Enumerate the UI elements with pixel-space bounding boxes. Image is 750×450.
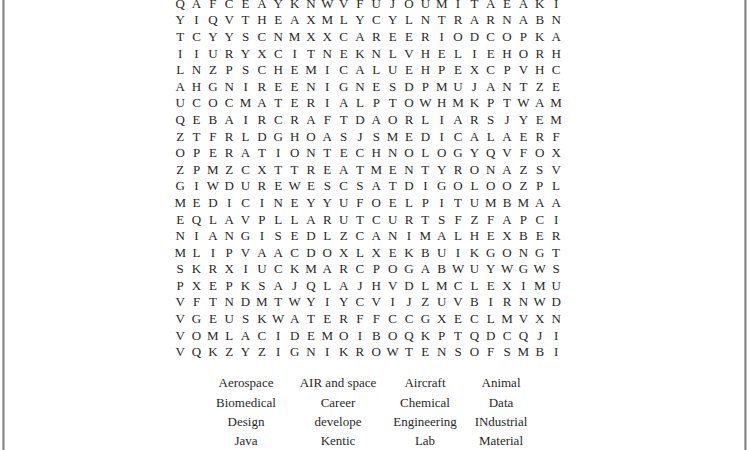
grid-cell: L xyxy=(417,111,433,128)
grid-cell: L xyxy=(548,178,564,195)
grid-cell: B xyxy=(532,12,548,29)
grid-cell: I xyxy=(548,211,564,228)
grid-cell: M xyxy=(384,128,400,145)
grid-cell: A xyxy=(368,111,384,128)
grid-cell: A xyxy=(237,144,253,161)
grid-cell: E xyxy=(188,111,204,128)
grid-cell: Z xyxy=(221,161,237,178)
grid-cell: R xyxy=(254,178,270,195)
grid-cell: Y xyxy=(172,12,188,29)
grid-cell: T xyxy=(384,95,400,112)
grid-cell: H xyxy=(548,45,564,62)
grid-cell: R xyxy=(335,261,351,278)
grid-cell: V xyxy=(172,310,188,327)
grid-cell: L xyxy=(483,310,499,327)
grid-cell: D xyxy=(466,28,482,45)
grid-cell: M xyxy=(548,111,564,128)
grid-cell: O xyxy=(499,244,515,261)
grid-cell: E xyxy=(270,12,286,29)
grid-cell: Z xyxy=(205,61,221,78)
grid-cell: K xyxy=(417,327,433,344)
grid-cell: E xyxy=(401,61,417,78)
grid-cell: Y xyxy=(303,194,319,211)
grid-cell: C xyxy=(254,28,270,45)
grid-cell: T xyxy=(270,161,286,178)
grid-cell: P xyxy=(221,277,237,294)
grid-cell: H xyxy=(270,61,286,78)
grid-cell: X xyxy=(254,161,270,178)
grid-cell: A xyxy=(270,244,286,261)
grid-cell: D xyxy=(221,178,237,195)
grid-cell: M xyxy=(172,244,188,261)
grid-cell: C xyxy=(401,310,417,327)
grid-cell: Y xyxy=(434,161,450,178)
grid-cell: D xyxy=(205,194,221,211)
grid-cell: N xyxy=(548,310,564,327)
grid-cell: B xyxy=(515,227,531,244)
grid-cell: L xyxy=(450,45,466,62)
grid-cell: H xyxy=(254,12,270,29)
grid-cell: E xyxy=(319,310,335,327)
grid-cell: Y xyxy=(352,12,368,29)
grid-cell: K xyxy=(466,95,482,112)
grid-cell: I xyxy=(270,327,286,344)
grid-cell: T xyxy=(270,294,286,311)
grid-cell: X xyxy=(221,261,237,278)
grid-cell: N xyxy=(483,161,499,178)
grid-cell: C xyxy=(352,261,368,278)
grid-cell: A xyxy=(368,178,384,195)
grid-cell: A xyxy=(221,111,237,128)
grid-cell: U xyxy=(335,194,351,211)
grid-cell: U xyxy=(237,178,253,195)
word-search-grid: QAFCEAYKNWVFUJOUMITAEAKIYIQVTHEAXMLYCYLN… xyxy=(172,0,564,360)
grid-cell: X xyxy=(434,310,450,327)
grid-cell: I xyxy=(450,0,466,12)
grid-cell: U xyxy=(172,95,188,112)
grid-cell: M xyxy=(532,277,548,294)
grid-cell: M xyxy=(303,61,319,78)
grid-cell: F xyxy=(319,111,335,128)
grid-cell: W xyxy=(532,261,548,278)
grid-cell: Y xyxy=(466,144,482,161)
grid-cell: L xyxy=(401,194,417,211)
grid-cell: I xyxy=(450,244,466,261)
grid-cell: C xyxy=(384,310,400,327)
grid-cell: U xyxy=(254,261,270,278)
grid-cell: G xyxy=(401,261,417,278)
grid-cell: I xyxy=(434,194,450,211)
grid-cell: S xyxy=(237,28,253,45)
grid-cell: N xyxy=(303,144,319,161)
grid-cell: G xyxy=(515,261,531,278)
grid-cell: Q xyxy=(188,343,204,360)
grid-cell: A xyxy=(335,277,351,294)
grid-cell: Q xyxy=(515,327,531,344)
grid-cell: O xyxy=(384,261,400,278)
grid-cell: C xyxy=(237,194,253,211)
grid-cell: V xyxy=(515,61,531,78)
grid-cell: P xyxy=(434,61,450,78)
grid-cell: A xyxy=(483,0,499,12)
grid-cell: Z xyxy=(417,294,433,311)
grid-cell: N xyxy=(303,343,319,360)
grid-cell: E xyxy=(532,227,548,244)
grid-cell: T xyxy=(499,95,515,112)
grid-cell: C xyxy=(270,261,286,278)
grid-cell: A xyxy=(466,12,482,29)
grid-cell: T xyxy=(352,211,368,228)
grid-cell: E xyxy=(499,0,515,12)
grid-cell: H xyxy=(532,61,548,78)
grid-cell: A xyxy=(548,194,564,211)
grid-cell: A xyxy=(254,95,270,112)
grid-cell: O xyxy=(384,111,400,128)
grid-cell: V xyxy=(172,343,188,360)
grid-cell: V xyxy=(172,294,188,311)
word-list-item: Design xyxy=(203,412,289,431)
grid-cell: F xyxy=(450,211,466,228)
grid-cell: R xyxy=(303,161,319,178)
grid-cell: I xyxy=(188,45,204,62)
grid-cell: N xyxy=(499,12,515,29)
grid-cell: A xyxy=(532,95,548,112)
grid-cell: Q xyxy=(483,144,499,161)
grid-cell: K xyxy=(466,244,482,261)
grid-cell: O xyxy=(319,244,335,261)
grid-cell: E xyxy=(188,194,204,211)
grid-cell: M xyxy=(319,12,335,29)
grid-cell: A xyxy=(417,261,433,278)
grid-cell: H xyxy=(434,95,450,112)
grid-cell: L xyxy=(401,12,417,29)
grid-cell: N xyxy=(221,294,237,311)
grid-cell: M xyxy=(434,277,450,294)
grid-cell: X xyxy=(335,244,351,261)
grid-cell: A xyxy=(286,310,302,327)
grid-cell: X xyxy=(466,61,482,78)
grid-cell: G xyxy=(205,78,221,95)
grid-cell: M xyxy=(548,95,564,112)
grid-cell: U xyxy=(548,277,564,294)
grid-cell: U xyxy=(417,0,433,12)
worksheet-page: QAFCEAYKNWVFUJOUMITAEAKIYIQVTHEAXMLYCYLN… xyxy=(0,0,750,450)
grid-cell: N xyxy=(319,45,335,62)
grid-cell: P xyxy=(532,178,548,195)
grid-cell: A xyxy=(515,12,531,29)
grid-cell: I xyxy=(237,261,253,278)
grid-cell: P xyxy=(221,61,237,78)
grid-cell: H xyxy=(368,277,384,294)
grid-cell: V xyxy=(335,0,351,12)
grid-cell: M xyxy=(515,194,531,211)
grid-cell: D xyxy=(483,327,499,344)
grid-cell: I xyxy=(221,194,237,211)
grid-cell: I xyxy=(188,12,204,29)
grid-cell: T xyxy=(205,294,221,311)
grid-cell: E xyxy=(384,244,400,261)
grid-cell: I xyxy=(188,178,204,195)
grid-cell: X xyxy=(188,277,204,294)
grid-cell: R xyxy=(450,161,466,178)
grid-cell: K xyxy=(205,343,221,360)
grid-cell: S xyxy=(434,211,450,228)
grid-cell: E xyxy=(384,161,400,178)
word-list-item: Biomedical xyxy=(203,392,289,411)
grid-cell: G xyxy=(450,144,466,161)
grid-cell: C xyxy=(450,277,466,294)
grid-cell: P xyxy=(188,144,204,161)
grid-cell: X xyxy=(254,45,270,62)
grid-cell: S xyxy=(450,343,466,360)
grid-cell: I xyxy=(319,61,335,78)
grid-cell: L xyxy=(384,45,400,62)
grid-cell: A xyxy=(368,227,384,244)
word-list-item: develope xyxy=(289,412,387,431)
grid-cell: E xyxy=(483,45,499,62)
grid-cell: I xyxy=(548,0,564,12)
grid-cell: V xyxy=(172,327,188,344)
grid-cell: V xyxy=(499,144,515,161)
grid-cell: P xyxy=(417,78,433,95)
grid-cell: F xyxy=(188,294,204,311)
grid-cell: W xyxy=(286,294,302,311)
grid-cell: U xyxy=(434,244,450,261)
grid-cell: T xyxy=(450,327,466,344)
grid-cell: J xyxy=(466,78,482,95)
grid-cell: A xyxy=(352,61,368,78)
grid-cell: L xyxy=(172,61,188,78)
grid-cell: K xyxy=(254,310,270,327)
grid-cell: E xyxy=(548,78,564,95)
grid-cell: W xyxy=(532,294,548,311)
grid-cell: P xyxy=(188,161,204,178)
grid-cell: R xyxy=(499,294,515,311)
grid-cell: W xyxy=(417,95,433,112)
grid-cell: E xyxy=(335,45,351,62)
grid-cell: V xyxy=(450,294,466,311)
grid-cell: K xyxy=(286,0,302,12)
grid-cell: R xyxy=(532,45,548,62)
grid-cell: W xyxy=(286,178,302,195)
grid-cell: T xyxy=(286,161,302,178)
grid-cell: H xyxy=(417,45,433,62)
grid-cell: M xyxy=(417,227,433,244)
grid-cell: S xyxy=(483,111,499,128)
grid-cell: N xyxy=(221,227,237,244)
grid-cell: L xyxy=(483,128,499,145)
grid-cell: K xyxy=(352,45,368,62)
grid-cell: R xyxy=(221,45,237,62)
grid-cell: S xyxy=(384,78,400,95)
grid-cell: R xyxy=(254,111,270,128)
grid-cell: H xyxy=(466,227,482,244)
grid-cell: Y xyxy=(205,28,221,45)
grid-cell: N xyxy=(417,12,433,29)
grid-cell: D xyxy=(303,227,319,244)
grid-cell: I xyxy=(254,227,270,244)
grid-cell: S xyxy=(548,261,564,278)
grid-cell: A xyxy=(270,277,286,294)
grid-cell: Z xyxy=(515,178,531,195)
grid-cell: M xyxy=(254,294,270,311)
grid-cell: F xyxy=(205,128,221,145)
grid-cell: E xyxy=(384,194,400,211)
grid-cell: N xyxy=(515,244,531,261)
grid-cell: T xyxy=(188,128,204,145)
grid-cell: S xyxy=(532,161,548,178)
grid-cell: E xyxy=(303,178,319,195)
grid-cell: S xyxy=(254,277,270,294)
grid-cell: K xyxy=(532,28,548,45)
grid-cell: N xyxy=(401,161,417,178)
grid-cell: O xyxy=(303,128,319,145)
grid-cell: G xyxy=(434,178,450,195)
grid-cell: Z xyxy=(532,78,548,95)
grid-cell: E xyxy=(532,111,548,128)
grid-cell: M xyxy=(483,194,499,211)
grid-cell: C xyxy=(221,95,237,112)
grid-cell: N xyxy=(303,78,319,95)
grid-cell: D xyxy=(237,294,253,311)
grid-cell: L xyxy=(188,244,204,261)
grid-cell: O xyxy=(368,343,384,360)
grid-cell: E xyxy=(515,128,531,145)
grid-cell: I xyxy=(188,227,204,244)
grid-cell: B xyxy=(466,294,482,311)
grid-cell: R xyxy=(483,12,499,29)
grid-cell: D xyxy=(548,294,564,311)
grid-cell: E xyxy=(205,277,221,294)
grid-cell: D xyxy=(401,277,417,294)
grid-cell: V xyxy=(384,277,400,294)
grid-cell: N xyxy=(499,78,515,95)
grid-cell: C xyxy=(499,327,515,344)
grid-cell: A xyxy=(532,194,548,211)
grid-cell: I xyxy=(319,343,335,360)
grid-cell: O xyxy=(499,178,515,195)
grid-cell: C xyxy=(368,12,384,29)
grid-cell: O xyxy=(368,194,384,211)
grid-cell: Z xyxy=(254,343,270,360)
grid-cell: V xyxy=(221,12,237,29)
grid-cell: C xyxy=(254,61,270,78)
grid-cell: R xyxy=(221,144,237,161)
grid-cell: S xyxy=(335,128,351,145)
grid-cell: G xyxy=(335,78,351,95)
grid-cell: I xyxy=(319,95,335,112)
grid-cell: X xyxy=(499,227,515,244)
grid-cell: S xyxy=(368,128,384,145)
grid-cell: P xyxy=(515,211,531,228)
grid-cell: R xyxy=(532,128,548,145)
grid-cell: B xyxy=(434,261,450,278)
grid-cell: R xyxy=(254,78,270,95)
grid-cell: T xyxy=(335,111,351,128)
grid-cell: S xyxy=(237,310,253,327)
grid-cell: D xyxy=(303,244,319,261)
grid-cell: A xyxy=(499,161,515,178)
grid-cell: O xyxy=(483,178,499,195)
grid-cell: I xyxy=(286,45,302,62)
grid-cell: M xyxy=(434,78,450,95)
grid-cell: R xyxy=(450,12,466,29)
grid-cell: M xyxy=(499,310,515,327)
grid-cell: A xyxy=(499,211,515,228)
grid-cell: A xyxy=(466,128,482,145)
grid-cell: O xyxy=(401,144,417,161)
grid-cell: O xyxy=(515,45,531,62)
grid-cell: R xyxy=(303,95,319,112)
grid-cell: E xyxy=(286,194,302,211)
grid-cell: N xyxy=(188,61,204,78)
grid-cell: A xyxy=(254,244,270,261)
grid-cell: P xyxy=(368,95,384,112)
grid-cell: D xyxy=(286,327,302,344)
grid-cell: E xyxy=(368,78,384,95)
grid-cell: V xyxy=(515,310,531,327)
grid-cell: E xyxy=(450,310,466,327)
grid-cell: C xyxy=(270,45,286,62)
grid-cell: O xyxy=(532,144,548,161)
word-list: AerospaceAIR and spaceAircraftAnimalBiom… xyxy=(203,373,539,450)
grid-cell: A xyxy=(237,327,253,344)
grid-cell: I xyxy=(483,294,499,311)
grid-cell: O xyxy=(466,343,482,360)
grid-cell: C xyxy=(335,178,351,195)
grid-cell: E xyxy=(401,128,417,145)
grid-cell: T xyxy=(548,244,564,261)
grid-cell: A xyxy=(172,78,188,95)
grid-cell: T xyxy=(303,310,319,327)
grid-cell: L xyxy=(205,211,221,228)
grid-cell: V xyxy=(401,45,417,62)
grid-cell: C xyxy=(450,128,466,145)
grid-cell: R xyxy=(352,343,368,360)
grid-cell: A xyxy=(188,0,204,12)
grid-cell: T xyxy=(319,144,335,161)
grid-cell: C xyxy=(532,211,548,228)
grid-cell: T xyxy=(450,194,466,211)
grid-cell: I xyxy=(434,111,450,128)
grid-cell: M xyxy=(205,327,221,344)
word-list-item: INdustrial xyxy=(463,412,539,431)
grid-cell: L xyxy=(319,277,335,294)
grid-cell: K xyxy=(286,261,302,278)
grid-cell: P xyxy=(172,277,188,294)
grid-cell: A xyxy=(352,28,368,45)
grid-cell: M xyxy=(434,0,450,12)
grid-cell: Q xyxy=(466,327,482,344)
grid-cell: L xyxy=(466,178,482,195)
grid-cell: M xyxy=(450,95,466,112)
grid-cell: U xyxy=(434,294,450,311)
grid-cell: V xyxy=(237,211,253,228)
grid-cell: C xyxy=(221,0,237,12)
grid-cell: C xyxy=(254,327,270,344)
grid-cell: T xyxy=(384,178,400,195)
grid-cell: K xyxy=(401,244,417,261)
grid-cell: Y xyxy=(515,111,531,128)
word-list-item: Material xyxy=(463,431,539,450)
grid-cell: S xyxy=(270,227,286,244)
grid-cell: A xyxy=(303,111,319,128)
grid-cell: Q xyxy=(401,327,417,344)
grid-cell: W xyxy=(515,95,531,112)
grid-cell: A xyxy=(319,261,335,278)
grid-cell: I xyxy=(434,128,450,145)
grid-cell: E xyxy=(270,78,286,95)
